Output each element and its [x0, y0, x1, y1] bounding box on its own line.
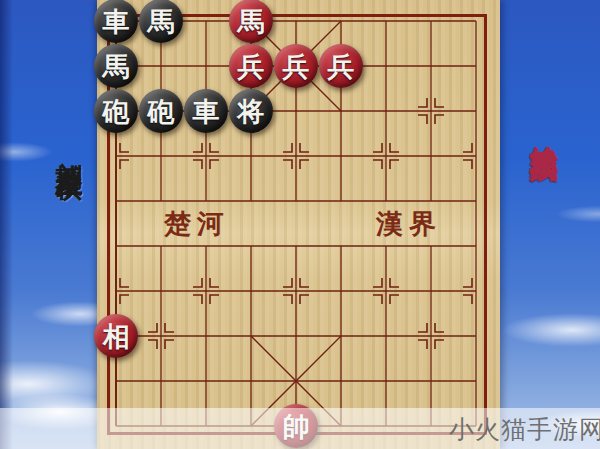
piece-black-f4-r3[interactable]: 将	[229, 89, 273, 133]
piece-glyph: 相	[103, 323, 130, 350]
piece-black-f1-r3[interactable]: 砲	[94, 89, 138, 133]
piece-red-f4-r2[interactable]: 兵	[229, 44, 273, 88]
piece-red-f5-r2[interactable]: 兵	[274, 44, 318, 88]
piece-glyph: 砲	[103, 98, 130, 125]
piece-black-f1-r1[interactable]: 車	[94, 0, 138, 43]
piece-red-f4-r1[interactable]: 馬	[229, 0, 273, 43]
piece-glyph: 将	[238, 98, 265, 125]
piece-glyph: 砲	[148, 98, 175, 125]
piece-glyph: 車	[193, 98, 220, 125]
piece-black-f3-r3[interactable]: 車	[184, 89, 228, 133]
piece-black-f2-r3[interactable]: 砲	[139, 89, 183, 133]
piece-red-f1-r8[interactable]: 相	[94, 314, 138, 358]
piece-glyph: 馬	[148, 8, 175, 35]
piece-glyph: 車	[103, 8, 130, 35]
piece-glyph: 兵	[328, 53, 355, 80]
left-caption: 刘博主象棋	[51, 140, 87, 155]
piece-glyph: 馬	[238, 8, 265, 35]
piece-glyph: 馬	[103, 53, 130, 80]
watermark-band: 小火猫手游网	[0, 408, 600, 449]
watermark-text: 小火猫手游网	[449, 413, 600, 446]
pieces-layer: 車馬馬馬兵兵兵砲砲車将相帥	[0, 0, 600, 449]
piece-red-f6-r2[interactable]: 兵	[319, 44, 363, 88]
piece-glyph: 兵	[283, 53, 310, 80]
piece-glyph: 兵	[238, 53, 265, 80]
piece-black-f2-r1[interactable]: 馬	[139, 0, 183, 43]
right-caption: 绝妙实用残局	[524, 123, 562, 135]
piece-black-f1-r2[interactable]: 馬	[94, 44, 138, 88]
